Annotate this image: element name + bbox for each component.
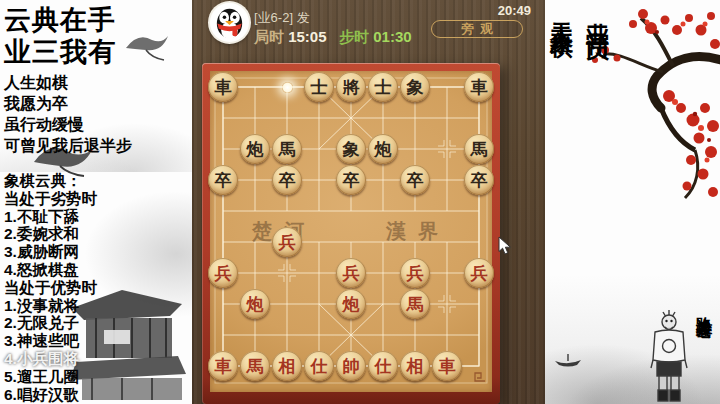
piece-glyph: 相 xyxy=(407,355,424,378)
list-line: 当处于劣势时 xyxy=(4,190,97,208)
piece-red-pawn[interactable]: 兵 xyxy=(464,258,494,288)
system-clock: 20:49 xyxy=(498,3,531,18)
piece-red-general[interactable]: 帥 xyxy=(336,351,366,381)
piece-red-elephant[interactable]: 相 xyxy=(400,351,430,381)
mouse-cursor-icon xyxy=(498,236,514,256)
piece-glyph: 馬 xyxy=(279,138,296,161)
right-panel-text-inner: 天天象棋 xyxy=(547,4,578,20)
left-panel-list: 象棋云典：当处于劣势时1.不耻下舔2.委婉求和3.威胁断网4.怒掀棋盘当处于优势… xyxy=(4,172,97,403)
list-line: 6.唱好汉歌 xyxy=(4,386,97,404)
poem-line: 我愿为卒 xyxy=(4,93,132,114)
right-caption-panel: 天天象棋 业三守门员 路边摊老云 xyxy=(545,0,720,404)
step-time-label: 步时 xyxy=(339,28,369,45)
player-name: 发 xyxy=(297,10,310,25)
stream-frame: 云典在手业三我有 人生如棋我愿为卒虽行动缓慢可曾见我后退半步 象棋云典：当处于劣… xyxy=(0,0,720,404)
mascot-caption: 路边摊老云 xyxy=(693,303,714,313)
list-line: 4.怒掀棋盘 xyxy=(4,261,97,279)
piece-glyph: 相 xyxy=(279,355,296,378)
piece-black-horse[interactable]: 馬 xyxy=(464,134,494,164)
piece-glyph: 馬 xyxy=(247,355,264,378)
plum-blossom-art xyxy=(545,0,720,230)
list-line: 3.威胁断网 xyxy=(4,243,97,261)
poem-line: 可曾见我后退半步 xyxy=(4,135,132,156)
piece-red-advisor[interactable]: 仕 xyxy=(304,351,334,381)
boat-icon xyxy=(553,352,583,368)
piece-red-pawn[interactable]: 兵 xyxy=(400,258,430,288)
piece-glyph: 象 xyxy=(343,138,360,161)
game-time-value: 15:05 xyxy=(288,28,326,45)
piece-black-elephant[interactable]: 象 xyxy=(336,134,366,164)
piece-glyph: 馬 xyxy=(471,138,488,161)
piece-glyph: 卒 xyxy=(343,169,360,192)
piece-glyph: 兵 xyxy=(343,262,360,285)
timers: 局时 15:05 步时 01:30 xyxy=(254,28,412,47)
player-avatar[interactable] xyxy=(210,3,249,42)
poem-line: 人生如棋 xyxy=(4,72,132,93)
step-time-value: 01:30 xyxy=(373,28,411,45)
ink-mountains-art xyxy=(545,274,720,404)
list-line: 象棋云典： xyxy=(4,172,97,190)
piece-glyph: 兵 xyxy=(279,231,296,254)
piece-glyph: 仕 xyxy=(311,355,328,378)
xiangqi-board-frame: 楚河 漢界 車士將士象車炮馬象炮馬卒卒卒卒卒兵兵兵兵兵炮炮馬車馬相仕帥仕相車 xyxy=(202,63,500,404)
title-line: 云典在手 xyxy=(4,4,116,36)
left-caption-panel: 云典在手业三我有 人生如棋我愿为卒虽行动缓慢可曾见我后退半步 象棋云典：当处于劣… xyxy=(0,0,192,404)
piece-red-pawn[interactable]: 兵 xyxy=(336,258,366,288)
piece-red-pawn[interactable]: 兵 xyxy=(272,227,302,257)
piece-glyph: 卒 xyxy=(279,169,296,192)
piece-red-advisor[interactable]: 仕 xyxy=(368,351,398,381)
right-panel-text-outer: 业三守门员 xyxy=(583,4,614,24)
piece-black-pawn[interactable]: 卒 xyxy=(336,165,366,195)
piece-glyph: 將 xyxy=(343,76,360,99)
mascot-figure xyxy=(643,308,695,404)
piece-black-elephant[interactable]: 象 xyxy=(400,72,430,102)
piece-glyph: 仕 xyxy=(375,355,392,378)
game-topbar: [业6-2] 发 局时 15:05 步时 01:30 20:49 旁观 xyxy=(192,0,545,58)
piece-black-chariot[interactable]: 車 xyxy=(464,72,494,102)
piece-black-pawn[interactable]: 卒 xyxy=(400,165,430,195)
crane-icon xyxy=(122,26,170,66)
piece-glyph: 車 xyxy=(471,76,488,99)
list-line: 当处于优势时 xyxy=(4,279,97,297)
piece-glyph: 卒 xyxy=(215,169,232,192)
piece-layer: 車士將士象車炮馬象炮馬卒卒卒卒卒兵兵兵兵兵炮炮馬車馬相仕帥仕相車 xyxy=(207,72,495,382)
piece-glyph: 卒 xyxy=(471,169,488,192)
poem-line: 虽行动缓慢 xyxy=(4,114,132,135)
piece-red-chariot[interactable]: 車 xyxy=(208,351,238,381)
piece-glyph: 車 xyxy=(215,76,232,99)
player-rank-and-name: [业6-2] 发 xyxy=(254,9,310,27)
list-line: 4.小兵围将 xyxy=(4,350,97,368)
piece-black-cannon[interactable]: 炮 xyxy=(240,134,270,164)
list-line: 3.神速些吧 xyxy=(4,332,97,350)
list-line: 2.委婉求和 xyxy=(4,225,97,243)
piece-black-pawn[interactable]: 卒 xyxy=(208,165,238,195)
piece-black-advisor[interactable]: 士 xyxy=(368,72,398,102)
spectate-button[interactable]: 旁观 xyxy=(431,20,523,38)
piece-black-cannon[interactable]: 炮 xyxy=(368,134,398,164)
qq-penguin-icon xyxy=(210,3,249,42)
game-area: [业6-2] 发 局时 15:05 步时 01:30 20:49 旁观 楚河 漢… xyxy=(192,0,545,404)
piece-glyph: 士 xyxy=(375,76,392,99)
piece-black-pawn[interactable]: 卒 xyxy=(272,165,302,195)
piece-red-horse[interactable]: 馬 xyxy=(400,289,430,319)
piece-glyph: 卒 xyxy=(407,169,424,192)
piece-glyph: 馬 xyxy=(407,293,424,316)
piece-glyph: 炮 xyxy=(247,293,264,316)
piece-red-cannon[interactable]: 炮 xyxy=(240,289,270,319)
list-line: 2.无限兑子 xyxy=(4,314,97,332)
list-line: 1.不耻下舔 xyxy=(4,208,97,226)
piece-red-horse[interactable]: 馬 xyxy=(240,351,270,381)
piece-glyph: 炮 xyxy=(343,293,360,316)
list-line: 5.遛王几圈 xyxy=(4,368,97,386)
piece-red-cannon[interactable]: 炮 xyxy=(336,289,366,319)
player-rank-tag: [业6-2] xyxy=(254,10,293,25)
piece-glyph: 象 xyxy=(407,76,424,99)
piece-glyph: 士 xyxy=(311,76,328,99)
piece-red-chariot[interactable]: 車 xyxy=(432,351,462,381)
piece-glyph: 車 xyxy=(215,355,232,378)
piece-glyph: 車 xyxy=(439,355,456,378)
piece-glyph: 兵 xyxy=(215,262,232,285)
xiangqi-board[interactable]: 楚河 漢界 車士將士象車炮馬象炮馬卒卒卒卒卒兵兵兵兵兵炮炮馬車馬相仕帥仕相車 xyxy=(210,71,492,392)
piece-black-general[interactable]: 將 xyxy=(336,72,366,102)
piece-glyph: 炮 xyxy=(375,138,392,161)
piece-black-advisor[interactable]: 士 xyxy=(304,72,334,102)
piece-red-pawn[interactable]: 兵 xyxy=(208,258,238,288)
piece-black-horse[interactable]: 馬 xyxy=(272,134,302,164)
piece-glyph: 兵 xyxy=(471,262,488,285)
game-time-label: 局时 xyxy=(254,28,284,45)
left-panel-title: 云典在手业三我有 xyxy=(4,4,116,68)
piece-glyph: 兵 xyxy=(407,262,424,285)
piece-glyph: 帥 xyxy=(343,355,360,378)
title-line: 业三我有 xyxy=(4,36,116,68)
left-panel-poem: 人生如棋我愿为卒虽行动缓慢可曾见我后退半步 xyxy=(4,72,132,156)
piece-glyph: 炮 xyxy=(247,138,264,161)
piece-black-pawn[interactable]: 卒 xyxy=(464,165,494,195)
piece-red-elephant[interactable]: 相 xyxy=(272,351,302,381)
list-line: 1.没事就将 xyxy=(4,297,97,315)
piece-black-chariot[interactable]: 車 xyxy=(208,72,238,102)
